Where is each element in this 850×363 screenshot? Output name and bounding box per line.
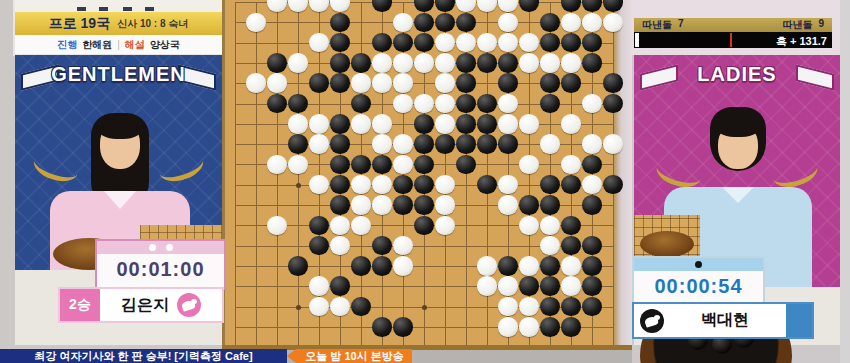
black-stone <box>582 195 602 215</box>
black-stone <box>519 276 539 296</box>
black-stone <box>330 53 350 73</box>
black-stone <box>267 94 287 114</box>
right-player-name: 백대현 <box>701 310 749 331</box>
black-stone <box>393 33 413 53</box>
white-stone <box>330 236 350 256</box>
black-stone <box>582 297 602 317</box>
black-stone <box>372 236 392 256</box>
wins-badge: 2승 <box>60 289 100 321</box>
broadcast-frame: 프로 19국 신사 10 : 8 숙녀 진행 한해원 | 해설 양상국 GENT… <box>0 0 850 363</box>
match-info-box: 프로 19국 신사 10 : 8 숙녀 진행 한해원 | 해설 양상국 <box>15 0 222 54</box>
white-stone <box>351 73 371 93</box>
star-point <box>422 305 427 310</box>
white-stone <box>477 33 497 53</box>
black-stone <box>561 297 581 317</box>
white-stone <box>603 134 623 154</box>
black-stone <box>603 94 623 114</box>
left-period-dots <box>97 241 224 254</box>
white-winrate-sliver <box>635 33 639 47</box>
player-bangs <box>714 107 762 137</box>
period-dot <box>166 244 173 251</box>
black-stone <box>456 134 476 154</box>
black-stone <box>414 0 434 12</box>
white-stone <box>435 195 455 215</box>
black-stone <box>309 73 329 93</box>
right-clock: 00:00:54 <box>632 256 765 306</box>
ticker-highlight-text: 오늘 밤 10시 본방송 <box>287 349 412 363</box>
white-stone <box>603 13 623 33</box>
black-stone <box>414 195 434 215</box>
white-stone <box>561 155 581 175</box>
crew-divider: | <box>117 39 120 50</box>
white-stone <box>246 73 266 93</box>
star-point <box>296 305 301 310</box>
white-stone <box>393 94 413 114</box>
white-stone <box>582 13 602 33</box>
white-stone <box>288 53 308 73</box>
black-stone <box>540 175 560 195</box>
white-stone <box>288 0 308 12</box>
white-stone <box>519 155 539 175</box>
baduktv-bird-icon <box>177 293 201 317</box>
go-board <box>222 0 632 350</box>
black-stone <box>582 33 602 53</box>
round-score-bar: 프로 19국 신사 10 : 8 숙녀 <box>15 12 222 35</box>
black-stone <box>540 276 560 296</box>
white-stone <box>393 155 413 175</box>
ticker-main-text: 최강 여자기사와 한 판 승부! [기력측정 Cafe] <box>0 349 287 363</box>
black-stone <box>351 94 371 114</box>
white-stone <box>330 0 350 12</box>
black-stone <box>414 216 434 236</box>
black-stone <box>330 155 350 175</box>
white-stone <box>393 73 413 93</box>
black-stone <box>498 73 518 93</box>
left-nameplate: 2승 김은지 <box>60 289 222 321</box>
black-stone <box>498 134 518 154</box>
panel-edge <box>840 0 850 363</box>
period-dot <box>149 244 156 251</box>
black-stone <box>540 256 560 276</box>
left-clock-time: 00:01:00 <box>97 254 224 284</box>
black-stone <box>561 73 581 93</box>
black-stone <box>561 317 581 337</box>
black-stone <box>456 155 476 175</box>
black-stone <box>414 114 434 134</box>
white-stone <box>351 216 371 236</box>
center-tick <box>730 33 732 47</box>
black-stone <box>477 114 497 134</box>
black-stone <box>561 236 581 256</box>
board-left-edge <box>222 0 225 345</box>
white-stone <box>435 33 455 53</box>
captured-count-right: 9 <box>818 18 824 32</box>
white-stone <box>267 155 287 175</box>
black-stone <box>456 73 476 93</box>
white-stone <box>519 53 539 73</box>
black-stone <box>603 175 623 195</box>
captured-count-left: 7 <box>678 18 684 32</box>
white-stone <box>477 276 497 296</box>
host-name: 한해원 <box>82 38 112 52</box>
host-label: 진행 <box>57 38 77 52</box>
black-stone <box>330 195 350 215</box>
black-stone <box>456 13 476 33</box>
white-stone <box>330 297 350 317</box>
white-stone <box>372 134 392 154</box>
star-point <box>296 183 301 188</box>
black-stone <box>330 114 350 134</box>
player-bangs <box>98 115 142 139</box>
white-stone <box>561 53 581 73</box>
black-stone <box>414 175 434 195</box>
logo-swoosh-icon <box>155 147 207 187</box>
black-stone <box>540 195 560 215</box>
white-stone <box>393 134 413 154</box>
white-stone <box>582 175 602 195</box>
black-stone <box>582 0 602 12</box>
black-stone <box>330 134 350 154</box>
black-stone <box>288 134 308 154</box>
black-stone <box>540 13 560 33</box>
black-stone <box>288 256 308 276</box>
white-stone <box>351 114 371 134</box>
white-stone <box>498 317 518 337</box>
black-stone <box>288 94 308 114</box>
white-stone <box>309 114 329 134</box>
black-stone <box>456 114 476 134</box>
black-stone <box>393 175 413 195</box>
white-stone <box>540 236 560 256</box>
black-stone <box>435 13 455 33</box>
white-stone <box>309 276 329 296</box>
black-stone <box>519 0 539 12</box>
white-stone <box>288 114 308 134</box>
left-clock: 00:01:00 <box>95 239 226 290</box>
logo-swoosh-icon <box>30 147 82 187</box>
black-stone <box>561 216 581 236</box>
grid-line <box>235 347 613 348</box>
white-stone <box>498 195 518 215</box>
white-stone <box>477 256 497 276</box>
white-stone <box>498 175 518 195</box>
white-stone <box>246 13 266 33</box>
black-stone <box>351 53 371 73</box>
white-stone <box>540 53 560 73</box>
black-stone <box>456 53 476 73</box>
white-stone <box>267 73 287 93</box>
black-stone <box>477 175 497 195</box>
ai-eval-bar: 흑 + 131.7 <box>634 32 832 48</box>
white-stone <box>561 276 581 296</box>
black-stone <box>477 134 497 154</box>
white-stone <box>309 175 329 195</box>
white-stone <box>498 33 518 53</box>
white-stone <box>435 114 455 134</box>
black-stone <box>561 33 581 53</box>
black-stone <box>351 256 371 276</box>
white-stone <box>288 155 308 175</box>
white-stone <box>393 53 413 73</box>
black-stone <box>351 155 371 175</box>
white-stone <box>519 317 539 337</box>
white-stone <box>330 216 350 236</box>
black-stone <box>372 155 392 175</box>
black-stone <box>414 13 434 33</box>
right-clock-time: 00:00:54 <box>634 271 763 301</box>
black-stone <box>267 53 287 73</box>
white-stone <box>393 13 413 33</box>
team-score-label: 신사 10 : 8 숙녀 <box>117 17 188 31</box>
white-stone <box>519 297 539 317</box>
white-stone <box>498 276 518 296</box>
white-stone <box>414 94 434 114</box>
white-stone <box>309 297 329 317</box>
black-stone <box>393 317 413 337</box>
left-player-name: 김은지 <box>121 295 169 316</box>
white-stone <box>498 0 518 12</box>
black-stone <box>309 236 329 256</box>
black-stone <box>414 33 434 53</box>
board-right-margin <box>614 0 632 345</box>
white-stone <box>393 236 413 256</box>
white-stone <box>351 195 371 215</box>
white-stone <box>267 0 287 12</box>
white-stone <box>540 134 560 154</box>
shirt-collar <box>104 191 136 209</box>
white-stone <box>372 114 392 134</box>
nameplate-endcap <box>786 304 812 337</box>
captured-stones-bar: 따낸돌 7 따낸돌 9 <box>634 18 832 32</box>
right-nameplate: 백대현 <box>632 302 814 339</box>
white-stone <box>498 114 518 134</box>
white-stone <box>519 216 539 236</box>
captured-label-right: 따낸돌 <box>782 18 812 32</box>
black-stone <box>330 276 350 296</box>
black-stone <box>456 94 476 114</box>
gentlemen-banner: GENTLEMEN <box>15 63 222 86</box>
black-stone <box>477 53 497 73</box>
black-stone <box>540 317 560 337</box>
round-label: 프로 19국 <box>49 15 110 33</box>
left-player-panel: 프로 19국 신사 10 : 8 숙녀 진행 한해원 | 해설 양상국 GENT… <box>0 0 222 363</box>
white-stone <box>414 53 434 73</box>
white-stone <box>372 175 392 195</box>
black-stone <box>540 94 560 114</box>
black-stone <box>435 0 455 12</box>
white-stone <box>561 256 581 276</box>
shirt-collar <box>722 187 754 203</box>
black-stone <box>498 256 518 276</box>
white-stone <box>498 297 518 317</box>
black-stone <box>372 256 392 276</box>
black-stone <box>582 276 602 296</box>
white-stone <box>519 33 539 53</box>
white-stone <box>435 73 455 93</box>
white-stone <box>477 0 497 12</box>
black-stone <box>603 73 623 93</box>
white-stone <box>456 33 476 53</box>
black-stone <box>582 155 602 175</box>
white-stone <box>435 216 455 236</box>
bottom-ticker: 최강 여자기사와 한 판 승부! [기력측정 Cafe] 오늘 밤 10시 본방… <box>0 349 412 363</box>
black-stone <box>582 236 602 256</box>
match-title-bar-clipped <box>15 0 222 12</box>
white-stone <box>435 94 455 114</box>
black-stone <box>330 73 350 93</box>
black-stone <box>330 175 350 195</box>
white-stone <box>372 195 392 215</box>
crew-bar: 진행 한해원 | 해설 양상국 <box>15 35 222 54</box>
white-stone <box>456 0 476 12</box>
white-stone <box>372 73 392 93</box>
black-stone <box>477 94 497 114</box>
white-stone <box>435 53 455 73</box>
black-stone <box>582 53 602 73</box>
white-stone <box>309 0 329 12</box>
white-stone <box>540 216 560 236</box>
black-stone <box>540 297 560 317</box>
commentary-label: 해설 <box>125 38 145 52</box>
commentary-name: 양상국 <box>150 38 180 52</box>
white-stone <box>267 216 287 236</box>
black-stone <box>414 155 434 175</box>
ladies-banner: LADIES <box>634 63 840 86</box>
black-stone <box>372 0 392 12</box>
period-dot <box>695 261 702 268</box>
white-stone <box>582 134 602 154</box>
baduktv-bird-icon <box>640 309 664 333</box>
black-stone <box>393 195 413 215</box>
black-stone <box>435 134 455 154</box>
black-stone <box>372 317 392 337</box>
white-stone <box>519 256 539 276</box>
black-stone <box>330 13 350 33</box>
black-stone <box>519 195 539 215</box>
eval-score-text: 흑 + 131.7 <box>776 34 827 49</box>
white-stone <box>435 175 455 195</box>
black-stone <box>351 297 371 317</box>
black-stone <box>540 73 560 93</box>
grid-line <box>256 2 257 350</box>
white-stone <box>498 13 518 33</box>
black-stone <box>414 134 434 154</box>
white-stone <box>309 134 329 154</box>
white-stone <box>309 33 329 53</box>
white-stone <box>561 13 581 33</box>
grid-line <box>235 2 236 350</box>
white-stone <box>519 114 539 134</box>
black-stone <box>309 216 329 236</box>
black-stone <box>372 33 392 53</box>
white-stone <box>372 53 392 73</box>
white-stone <box>561 114 581 134</box>
white-stone <box>582 94 602 114</box>
black-stone <box>561 175 581 195</box>
right-period-dots <box>634 258 763 271</box>
black-stone <box>540 33 560 53</box>
white-stone <box>351 175 371 195</box>
white-stone <box>393 256 413 276</box>
black-stone <box>498 53 518 73</box>
black-stone <box>330 33 350 53</box>
black-stone <box>582 256 602 276</box>
captured-label-left: 따낸돌 <box>642 18 672 32</box>
stone-bowl-lid <box>640 231 694 257</box>
white-stone <box>498 94 518 114</box>
black-stone <box>561 0 581 12</box>
